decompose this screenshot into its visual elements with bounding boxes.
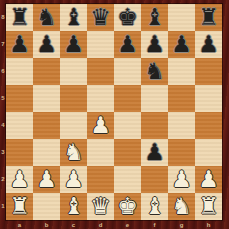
square-a2[interactable]: ♟ [6,166,33,193]
square-a3[interactable] [6,139,33,166]
square-e3[interactable] [114,139,141,166]
square-e7[interactable]: ♟ [114,31,141,58]
square-f7[interactable]: ♟ [141,31,168,58]
square-h7[interactable]: ♟ [195,31,222,58]
white-pawn-piece[interactable]: ♟ [63,166,84,193]
square-h4[interactable] [195,112,222,139]
rank-label-5: 5 [0,95,6,101]
square-g3[interactable] [168,139,195,166]
square-b2[interactable]: ♟ [33,166,60,193]
black-pawn-piece[interactable]: ♟ [171,31,192,58]
square-e6[interactable] [114,58,141,85]
square-a5[interactable] [6,85,33,112]
black-bishop-piece[interactable]: ♝ [63,4,84,31]
square-a4[interactable] [6,112,33,139]
file-label-h: h [195,221,222,229]
file-label-g: g [168,221,195,229]
square-b1[interactable] [33,193,60,220]
square-c5[interactable] [60,85,87,112]
square-c6[interactable] [60,58,87,85]
square-g7[interactable]: ♟ [168,31,195,58]
square-a8[interactable]: ♜ [6,4,33,31]
white-bishop-piece[interactable]: ♝ [144,193,165,220]
white-pawn-piece[interactable]: ♟ [90,112,111,139]
square-g1[interactable]: ♞ [168,193,195,220]
chess-board[interactable]: ♜♞♝♛♚♝♜♟♟♟♟♟♟♟♞♟♞♟♟♟♟♟♟♜♝♛♚♝♞♜ [6,4,222,220]
square-c7[interactable]: ♟ [60,31,87,58]
square-g8[interactable] [168,4,195,31]
square-f1[interactable]: ♝ [141,193,168,220]
black-pawn-piece[interactable]: ♟ [36,31,57,58]
white-pawn-piece[interactable]: ♟ [198,166,219,193]
black-bishop-piece[interactable]: ♝ [144,4,165,31]
square-b5[interactable] [33,85,60,112]
square-e4[interactable] [114,112,141,139]
black-rook-piece[interactable]: ♜ [9,4,30,31]
board-frame: ♜♞♝♛♚♝♜♟♟♟♟♟♟♟♞♟♞♟♟♟♟♟♟♜♝♛♚♝♞♜ 87654321 … [0,0,229,229]
white-bishop-piece[interactable]: ♝ [63,193,84,220]
square-b4[interactable] [33,112,60,139]
rank-label-2: 2 [0,176,6,182]
square-a1[interactable]: ♜ [6,193,33,220]
black-king-piece[interactable]: ♚ [117,4,138,31]
file-label-f: f [141,221,168,229]
white-knight-piece[interactable]: ♞ [63,139,84,166]
white-queen-piece[interactable]: ♛ [90,193,111,220]
file-label-d: d [87,221,114,229]
square-a6[interactable] [6,58,33,85]
square-e1[interactable]: ♚ [114,193,141,220]
black-pawn-piece[interactable]: ♟ [9,31,30,58]
square-b8[interactable]: ♞ [33,4,60,31]
black-pawn-piece[interactable]: ♟ [117,31,138,58]
square-h5[interactable] [195,85,222,112]
rank-label-1: 1 [0,203,6,209]
square-h1[interactable]: ♜ [195,193,222,220]
square-c4[interactable] [60,112,87,139]
black-pawn-piece[interactable]: ♟ [144,139,165,166]
square-g2[interactable]: ♟ [168,166,195,193]
square-d6[interactable] [87,58,114,85]
white-knight-piece[interactable]: ♞ [171,193,192,220]
square-f5[interactable] [141,85,168,112]
square-h2[interactable]: ♟ [195,166,222,193]
square-f2[interactable] [141,166,168,193]
white-pawn-piece[interactable]: ♟ [9,166,30,193]
file-label-e: e [114,221,141,229]
square-d7[interactable] [87,31,114,58]
rank-label-4: 4 [0,122,6,128]
square-f8[interactable]: ♝ [141,4,168,31]
black-pawn-piece[interactable]: ♟ [198,31,219,58]
square-d8[interactable]: ♛ [87,4,114,31]
square-b6[interactable] [33,58,60,85]
rank-label-6: 6 [0,68,6,74]
square-c1[interactable]: ♝ [60,193,87,220]
white-pawn-piece[interactable]: ♟ [171,166,192,193]
white-pawn-piece[interactable]: ♟ [36,166,57,193]
square-d1[interactable]: ♛ [87,193,114,220]
square-c3[interactable]: ♞ [60,139,87,166]
square-f6[interactable]: ♞ [141,58,168,85]
square-d3[interactable] [87,139,114,166]
black-rook-piece[interactable]: ♜ [198,4,219,31]
square-d4[interactable]: ♟ [87,112,114,139]
black-knight-piece[interactable]: ♞ [36,4,57,31]
square-e2[interactable] [114,166,141,193]
black-queen-piece[interactable]: ♛ [90,4,111,31]
square-h8[interactable]: ♜ [195,4,222,31]
file-label-c: c [60,221,87,229]
rank-label-7: 7 [0,41,6,47]
square-b3[interactable] [33,139,60,166]
square-g5[interactable] [168,85,195,112]
white-rook-piece[interactable]: ♜ [9,193,30,220]
square-b7[interactable]: ♟ [33,31,60,58]
square-d5[interactable] [87,85,114,112]
square-c8[interactable]: ♝ [60,4,87,31]
white-rook-piece[interactable]: ♜ [198,193,219,220]
file-label-a: a [6,221,33,229]
file-label-b: b [33,221,60,229]
rank-label-3: 3 [0,149,6,155]
square-e5[interactable] [114,85,141,112]
white-king-piece[interactable]: ♚ [117,193,138,220]
square-e8[interactable]: ♚ [114,4,141,31]
square-f3[interactable]: ♟ [141,139,168,166]
black-pawn-piece[interactable]: ♟ [63,31,84,58]
rank-label-8: 8 [0,14,6,20]
square-c2[interactable]: ♟ [60,166,87,193]
square-a7[interactable]: ♟ [6,31,33,58]
square-d2[interactable] [87,166,114,193]
black-pawn-piece[interactable]: ♟ [144,31,165,58]
square-g6[interactable] [168,58,195,85]
square-f4[interactable] [141,112,168,139]
square-g4[interactable] [168,112,195,139]
square-h3[interactable] [195,139,222,166]
square-h6[interactable] [195,58,222,85]
black-knight-piece[interactable]: ♞ [144,58,165,85]
